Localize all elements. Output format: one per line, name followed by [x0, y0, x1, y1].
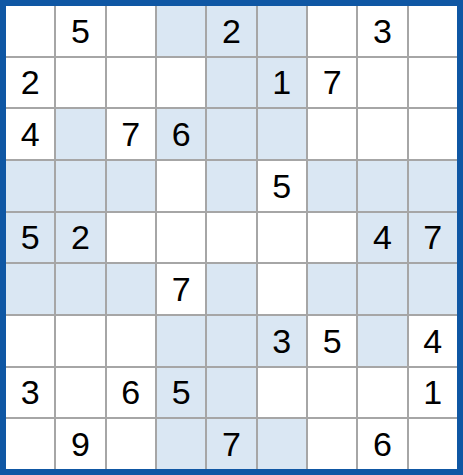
- cell-r3c7[interactable]: [308, 109, 356, 159]
- cell-r6c3[interactable]: [107, 264, 155, 314]
- cell-r8c2[interactable]: [56, 368, 104, 418]
- cell-r7c1[interactable]: [6, 316, 54, 366]
- cell-r3c1[interactable]: 4: [6, 109, 54, 159]
- cell-r8c9[interactable]: 1: [409, 368, 457, 418]
- cell-r7c4[interactable]: [157, 316, 205, 366]
- cell-r2c9[interactable]: [409, 58, 457, 108]
- cell-r4c6[interactable]: 5: [258, 161, 306, 211]
- cell-r7c3[interactable]: [107, 316, 155, 366]
- cell-r7c2[interactable]: [56, 316, 104, 366]
- cell-r6c1[interactable]: [6, 264, 54, 314]
- cell-r2c5[interactable]: [207, 58, 255, 108]
- cell-r4c3[interactable]: [107, 161, 155, 211]
- cell-r4c2[interactable]: [56, 161, 104, 211]
- cell-r6c7[interactable]: [308, 264, 356, 314]
- cell-r2c7[interactable]: 7: [308, 58, 356, 108]
- cell-r1c7[interactable]: [308, 6, 356, 56]
- cell-r6c6[interactable]: [258, 264, 306, 314]
- cell-r5c1[interactable]: 5: [6, 213, 54, 263]
- cell-r3c5[interactable]: [207, 109, 255, 159]
- cell-r5c5[interactable]: [207, 213, 255, 263]
- cell-r8c8[interactable]: [358, 368, 406, 418]
- cell-r9c7[interactable]: [308, 419, 356, 469]
- cell-r6c4[interactable]: 7: [157, 264, 205, 314]
- cell-r5c2[interactable]: 2: [56, 213, 104, 263]
- cell-r8c6[interactable]: [258, 368, 306, 418]
- cell-r6c8[interactable]: [358, 264, 406, 314]
- cell-r2c6[interactable]: 1: [258, 58, 306, 108]
- cell-r3c2[interactable]: [56, 109, 104, 159]
- sudoku-board: 5232174765524773543651976: [0, 0, 463, 475]
- cell-r6c2[interactable]: [56, 264, 104, 314]
- cell-r7c6[interactable]: 3: [258, 316, 306, 366]
- cell-r2c4[interactable]: [157, 58, 205, 108]
- cell-r3c8[interactable]: [358, 109, 406, 159]
- cell-r3c4[interactable]: 6: [157, 109, 205, 159]
- cell-r9c8[interactable]: 6: [358, 419, 406, 469]
- cell-r1c9[interactable]: [409, 6, 457, 56]
- cell-r9c9[interactable]: [409, 419, 457, 469]
- cell-r2c8[interactable]: [358, 58, 406, 108]
- cell-r6c5[interactable]: [207, 264, 255, 314]
- cell-r1c1[interactable]: [6, 6, 54, 56]
- cell-r4c4[interactable]: [157, 161, 205, 211]
- cell-r7c9[interactable]: 4: [409, 316, 457, 366]
- cell-r8c4[interactable]: 5: [157, 368, 205, 418]
- cell-r4c8[interactable]: [358, 161, 406, 211]
- cell-r7c8[interactable]: [358, 316, 406, 366]
- cell-r7c7[interactable]: 5: [308, 316, 356, 366]
- cell-r7c5[interactable]: [207, 316, 255, 366]
- cell-r2c3[interactable]: [107, 58, 155, 108]
- cell-r9c4[interactable]: [157, 419, 205, 469]
- cell-r1c2[interactable]: 5: [56, 6, 104, 56]
- cell-r5c4[interactable]: [157, 213, 205, 263]
- cell-r3c6[interactable]: [258, 109, 306, 159]
- cell-r1c6[interactable]: [258, 6, 306, 56]
- cell-r1c8[interactable]: 3: [358, 6, 406, 56]
- cell-r9c2[interactable]: 9: [56, 419, 104, 469]
- cell-r8c3[interactable]: 6: [107, 368, 155, 418]
- cell-r5c7[interactable]: [308, 213, 356, 263]
- cell-r8c1[interactable]: 3: [6, 368, 54, 418]
- cell-r1c3[interactable]: [107, 6, 155, 56]
- cell-r4c5[interactable]: [207, 161, 255, 211]
- cell-r4c7[interactable]: [308, 161, 356, 211]
- cell-r5c8[interactable]: 4: [358, 213, 406, 263]
- cell-r9c5[interactable]: 7: [207, 419, 255, 469]
- cell-r9c3[interactable]: [107, 419, 155, 469]
- cell-r4c9[interactable]: [409, 161, 457, 211]
- cell-r1c4[interactable]: [157, 6, 205, 56]
- cell-r8c5[interactable]: [207, 368, 255, 418]
- cell-r1c5[interactable]: 2: [207, 6, 255, 56]
- cell-r2c2[interactable]: [56, 58, 104, 108]
- cell-r9c1[interactable]: [6, 419, 54, 469]
- cell-r9c6[interactable]: [258, 419, 306, 469]
- cell-r5c9[interactable]: 7: [409, 213, 457, 263]
- cell-r2c1[interactable]: 2: [6, 58, 54, 108]
- cell-r4c1[interactable]: [6, 161, 54, 211]
- cell-r3c3[interactable]: 7: [107, 109, 155, 159]
- cell-r3c9[interactable]: [409, 109, 457, 159]
- cell-r8c7[interactable]: [308, 368, 356, 418]
- cell-r5c3[interactable]: [107, 213, 155, 263]
- cell-r6c9[interactable]: [409, 264, 457, 314]
- cell-r5c6[interactable]: [258, 213, 306, 263]
